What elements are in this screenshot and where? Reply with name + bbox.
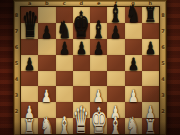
- piece-black-queen-a7[interactable]: ♛: [20, 7, 39, 43]
- piece-white-pawn-b3[interactable]: ♟: [41, 88, 53, 105]
- rank-label-right-6: 6: [159, 45, 167, 50]
- rank-label-left-4: 4: [13, 77, 21, 82]
- square-h4[interactable]: [142, 71, 159, 87]
- rank-label-right-4: 4: [159, 77, 167, 82]
- piece-black-pawn-d6[interactable]: ♟: [76, 40, 88, 57]
- piece-white-king-e1[interactable]: ♚: [89, 103, 108, 135]
- chess-game-scene: abcdefgh87654328765432 ♝♞♜♛♟♞♚♝♟♟♟♟♟♟♟♟♟…: [0, 0, 180, 135]
- piece-black-pawn-e6[interactable]: ♟: [93, 40, 105, 57]
- piece-white-queen-d1[interactable]: ♛: [72, 103, 91, 135]
- file-label-c: c: [60, 1, 68, 6]
- rank-label-right-5: 5: [159, 61, 167, 66]
- rank-label-left-2: 2: [13, 109, 21, 114]
- piece-white-knight-b1[interactable]: ♞: [39, 114, 55, 135]
- piece-black-pawn-b7[interactable]: ♟: [41, 24, 53, 41]
- square-b5[interactable]: [38, 55, 55, 71]
- square-f5[interactable]: [107, 55, 124, 71]
- rank-label-right-8: 8: [159, 13, 167, 18]
- piece-black-rook-h8[interactable]: ♜: [143, 5, 157, 26]
- square-h3[interactable]: [142, 86, 159, 102]
- rank-label-right-7: 7: [159, 29, 167, 34]
- square-c3[interactable]: [56, 86, 73, 102]
- square-c4[interactable]: [56, 71, 73, 87]
- rank-label-left-6: 6: [13, 45, 21, 50]
- piece-white-rook-a1[interactable]: ♜: [23, 117, 37, 135]
- piece-black-pawn-a5[interactable]: ♟: [24, 56, 36, 73]
- piece-black-pawn-h6[interactable]: ♟: [145, 40, 157, 57]
- square-d4[interactable]: [73, 71, 90, 87]
- piece-black-pawn-g5[interactable]: ♟: [127, 56, 139, 73]
- file-label-b: b: [43, 1, 51, 6]
- rank-label-left-5: 5: [13, 61, 21, 66]
- rank-label-right-2: 2: [159, 109, 167, 114]
- piece-white-bishop-f1[interactable]: ♝: [109, 114, 123, 135]
- rank-label-left-7: 7: [13, 29, 21, 34]
- square-f3[interactable]: [107, 86, 124, 102]
- piece-white-pawn-g3[interactable]: ♟: [127, 88, 139, 105]
- square-g6[interactable]: [125, 39, 142, 55]
- piece-white-bishop-c1[interactable]: ♝: [57, 114, 71, 135]
- piece-white-knight-g1[interactable]: ♞: [125, 114, 141, 135]
- file-label-e: e: [95, 1, 103, 6]
- piece-black-pawn-c6[interactable]: ♟: [58, 40, 70, 57]
- piece-black-pawn-f7[interactable]: ♟: [110, 24, 122, 41]
- rank-label-left-3: 3: [13, 93, 21, 98]
- piece-white-rook-h1[interactable]: ♜: [143, 117, 157, 135]
- square-a3[interactable]: [21, 86, 38, 102]
- square-f4[interactable]: [107, 71, 124, 87]
- square-e4[interactable]: [90, 71, 107, 87]
- piece-black-knight-g8[interactable]: ♞: [125, 2, 141, 26]
- square-b4[interactable]: [38, 71, 55, 87]
- rank-label-right-3: 3: [159, 93, 167, 98]
- square-b8[interactable]: [38, 7, 55, 23]
- rank-label-left-8: 8: [13, 13, 21, 18]
